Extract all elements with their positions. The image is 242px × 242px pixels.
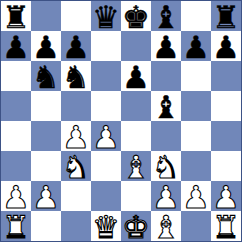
square-h4[interactable]	[211, 121, 241, 151]
square-h8[interactable]: ♜	[211, 1, 241, 31]
square-b5[interactable]	[31, 91, 61, 121]
square-d1[interactable]: ♛	[91, 211, 121, 241]
white-rook[interactable]: ♜	[1, 212, 31, 242]
white-knight[interactable]: ♞	[151, 152, 181, 182]
chess-board-wrap: ♜♛♚♝♜♟♟♟♟♟♟♞♞♟♝♟♟♞♝♞♟♟♟♟♟♜♛♚♝♜	[0, 0, 242, 242]
square-e6[interactable]: ♟	[121, 61, 151, 91]
square-a7[interactable]: ♟	[1, 31, 31, 61]
black-pawn[interactable]: ♟	[151, 32, 181, 62]
square-b7[interactable]: ♟	[31, 31, 61, 61]
black-pawn[interactable]: ♟	[31, 32, 61, 62]
square-f4[interactable]	[151, 121, 181, 151]
square-a4[interactable]	[1, 121, 31, 151]
square-g1[interactable]	[181, 211, 211, 241]
white-queen[interactable]: ♛	[91, 212, 121, 242]
black-knight[interactable]: ♞	[31, 62, 61, 92]
black-pawn[interactable]: ♟	[211, 32, 241, 62]
square-g7[interactable]: ♟	[181, 31, 211, 61]
square-c2[interactable]	[61, 181, 91, 211]
white-pawn[interactable]: ♟	[151, 182, 181, 212]
black-bishop[interactable]: ♝	[151, 2, 181, 32]
square-a2[interactable]: ♟	[1, 181, 31, 211]
square-h2[interactable]: ♟	[211, 181, 241, 211]
black-bishop[interactable]: ♝	[151, 92, 181, 122]
black-pawn[interactable]: ♟	[181, 32, 211, 62]
white-pawn[interactable]: ♟	[31, 182, 61, 212]
white-pawn[interactable]: ♟	[91, 122, 121, 152]
square-f1[interactable]: ♝	[151, 211, 181, 241]
square-h6[interactable]	[211, 61, 241, 91]
white-pawn[interactable]: ♟	[61, 122, 91, 152]
square-e5[interactable]	[121, 91, 151, 121]
square-g2[interactable]: ♟	[181, 181, 211, 211]
square-c4[interactable]: ♟	[61, 121, 91, 151]
square-d5[interactable]	[91, 91, 121, 121]
black-pawn[interactable]: ♟	[121, 62, 151, 92]
white-pawn[interactable]: ♟	[1, 182, 31, 212]
square-a5[interactable]	[1, 91, 31, 121]
square-d2[interactable]	[91, 181, 121, 211]
white-bishop[interactable]: ♝	[151, 212, 181, 242]
black-rook[interactable]: ♜	[1, 2, 31, 32]
square-a6[interactable]	[1, 61, 31, 91]
square-d8[interactable]: ♛	[91, 1, 121, 31]
square-b3[interactable]	[31, 151, 61, 181]
white-pawn[interactable]: ♟	[181, 182, 211, 212]
square-e2[interactable]	[121, 181, 151, 211]
square-b1[interactable]	[31, 211, 61, 241]
square-e8[interactable]: ♚	[121, 1, 151, 31]
square-c3[interactable]: ♞	[61, 151, 91, 181]
square-e1[interactable]: ♚	[121, 211, 151, 241]
black-rook[interactable]: ♜	[211, 2, 241, 32]
square-c7[interactable]: ♟	[61, 31, 91, 61]
white-knight[interactable]: ♞	[61, 152, 91, 182]
chess-board: ♜♛♚♝♜♟♟♟♟♟♟♞♞♟♝♟♟♞♝♞♟♟♟♟♟♜♛♚♝♜	[0, 0, 242, 242]
white-king[interactable]: ♚	[121, 212, 151, 242]
square-c8[interactable]	[61, 1, 91, 31]
square-h1[interactable]: ♜	[211, 211, 241, 241]
square-h7[interactable]: ♟	[211, 31, 241, 61]
square-g6[interactable]	[181, 61, 211, 91]
square-f3[interactable]: ♞	[151, 151, 181, 181]
square-a8[interactable]: ♜	[1, 1, 31, 31]
square-b8[interactable]	[31, 1, 61, 31]
square-e7[interactable]	[121, 31, 151, 61]
black-knight[interactable]: ♞	[61, 62, 91, 92]
black-pawn[interactable]: ♟	[61, 32, 91, 62]
square-c5[interactable]	[61, 91, 91, 121]
square-f2[interactable]: ♟	[151, 181, 181, 211]
square-a3[interactable]	[1, 151, 31, 181]
square-b2[interactable]: ♟	[31, 181, 61, 211]
square-f8[interactable]: ♝	[151, 1, 181, 31]
white-rook[interactable]: ♜	[211, 212, 241, 242]
square-c1[interactable]	[61, 211, 91, 241]
square-a1[interactable]: ♜	[1, 211, 31, 241]
square-b4[interactable]	[31, 121, 61, 151]
square-d6[interactable]	[91, 61, 121, 91]
square-d7[interactable]	[91, 31, 121, 61]
square-g8[interactable]	[181, 1, 211, 31]
square-c6[interactable]: ♞	[61, 61, 91, 91]
square-h3[interactable]	[211, 151, 241, 181]
square-h5[interactable]	[211, 91, 241, 121]
black-pawn[interactable]: ♟	[1, 32, 31, 62]
black-queen[interactable]: ♛	[91, 2, 121, 32]
square-d4[interactable]: ♟	[91, 121, 121, 151]
square-f5[interactable]: ♝	[151, 91, 181, 121]
square-g4[interactable]	[181, 121, 211, 151]
square-g3[interactable]	[181, 151, 211, 181]
square-b6[interactable]: ♞	[31, 61, 61, 91]
square-f6[interactable]	[151, 61, 181, 91]
square-d3[interactable]	[91, 151, 121, 181]
square-e3[interactable]: ♝	[121, 151, 151, 181]
square-e4[interactable]	[121, 121, 151, 151]
square-g5[interactable]	[181, 91, 211, 121]
white-pawn[interactable]: ♟	[211, 182, 241, 212]
black-king[interactable]: ♚	[121, 2, 151, 32]
white-bishop[interactable]: ♝	[121, 152, 151, 182]
square-f7[interactable]: ♟	[151, 31, 181, 61]
